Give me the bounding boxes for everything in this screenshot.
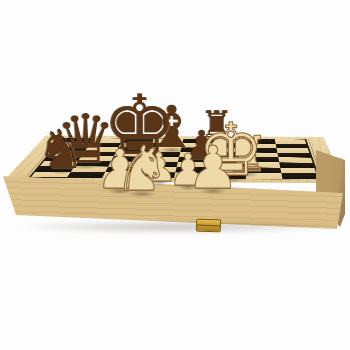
white-pawn[interactable]: ♟ <box>187 138 240 197</box>
black-knight[interactable]: ♞ <box>37 123 85 177</box>
pieces-layer: ♜♝♚♟♛♞♜♚♟♟♟♟♞ <box>0 0 350 350</box>
product-photo-canvas: ♜♝♚♟♛♞♜♚♟♟♟♟♞ <box>0 0 350 350</box>
white-knight[interactable]: ♞ <box>114 138 170 200</box>
